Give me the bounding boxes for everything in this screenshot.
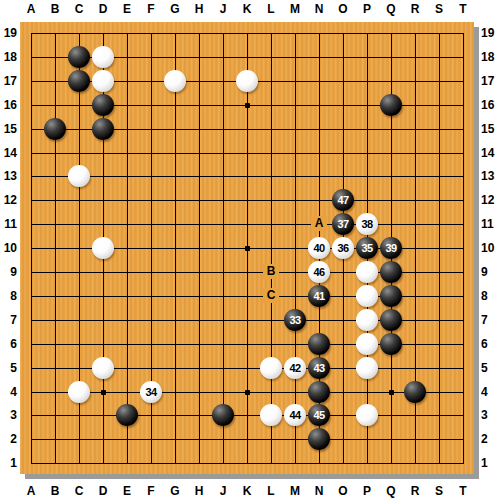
stone-white-D18	[92, 46, 114, 68]
stone-white-P6	[356, 333, 378, 355]
stone-black-Q6	[380, 333, 402, 355]
coord-label-bottom-D: D	[95, 483, 111, 499]
coord-label-left-1: 1	[0, 455, 17, 471]
stone-white-M5: 42	[284, 357, 306, 379]
grid-line-horizontal	[31, 463, 464, 464]
annotation-B-L9: B	[263, 264, 279, 279]
stone-black-Q7	[380, 309, 402, 331]
coord-label-right-7: 7	[481, 312, 499, 328]
coord-label-right-14: 14	[481, 145, 499, 161]
coord-label-left-6: 6	[0, 336, 17, 352]
coord-label-top-F: F	[143, 1, 159, 17]
coord-label-left-10: 10	[0, 240, 17, 256]
stone-white-M3: 44	[284, 404, 306, 426]
coord-label-bottom-A: A	[23, 483, 39, 499]
star-point-K10	[245, 246, 250, 251]
star-point-D4	[101, 390, 106, 395]
coord-label-bottom-C: C	[71, 483, 87, 499]
stone-white-P7	[356, 309, 378, 331]
stone-black-C17	[68, 70, 90, 92]
stone-white-K17	[236, 70, 258, 92]
goban[interactable]: 473735394133434538403646423444ABC	[20, 22, 474, 474]
coord-label-right-11: 11	[481, 216, 499, 232]
coord-label-right-12: 12	[481, 192, 499, 208]
stone-white-D5	[92, 357, 114, 379]
stone-black-N2	[308, 428, 330, 450]
stone-white-F4: 34	[140, 381, 162, 403]
stone-white-O10: 36	[332, 237, 354, 259]
stone-black-D15	[92, 118, 114, 140]
coord-label-top-H: H	[191, 1, 207, 17]
stone-black-N3: 45	[308, 404, 330, 426]
stone-white-P9	[356, 261, 378, 283]
coord-label-bottom-P: P	[359, 483, 375, 499]
coord-label-top-L: L	[263, 1, 279, 17]
stone-white-P5	[356, 357, 378, 379]
coord-label-top-E: E	[119, 1, 135, 17]
stone-black-D16	[92, 94, 114, 116]
coord-label-bottom-L: L	[263, 483, 279, 499]
coord-label-left-9: 9	[0, 264, 17, 280]
coord-label-top-J: J	[215, 1, 231, 17]
coord-label-right-13: 13	[481, 168, 499, 184]
coord-label-left-15: 15	[0, 121, 17, 137]
annotation-A-N11: A	[311, 216, 327, 231]
stone-black-N6	[308, 333, 330, 355]
stone-black-O11: 37	[332, 213, 354, 235]
coord-label-right-2: 2	[481, 431, 499, 447]
coord-label-left-18: 18	[0, 49, 17, 65]
coord-label-right-10: 10	[481, 240, 499, 256]
coord-label-left-11: 11	[0, 216, 17, 232]
stone-black-O12: 47	[332, 189, 354, 211]
coord-label-right-9: 9	[481, 264, 499, 280]
coord-label-top-G: G	[167, 1, 183, 17]
coord-label-left-3: 3	[0, 407, 17, 423]
coord-label-left-8: 8	[0, 288, 17, 304]
coord-label-top-O: O	[335, 1, 351, 17]
coord-label-bottom-N: N	[311, 483, 327, 499]
coord-label-top-B: B	[47, 1, 63, 17]
stone-white-P3	[356, 404, 378, 426]
stone-black-N5: 43	[308, 357, 330, 379]
stone-white-D17	[92, 70, 114, 92]
stone-white-D10	[92, 237, 114, 259]
stone-black-E3	[116, 404, 138, 426]
coord-label-left-4: 4	[0, 384, 17, 400]
stone-black-M7: 33	[284, 309, 306, 331]
coord-label-left-17: 17	[0, 73, 17, 89]
coord-label-bottom-O: O	[335, 483, 351, 499]
coord-label-right-6: 6	[481, 336, 499, 352]
stone-white-C4	[68, 381, 90, 403]
coord-label-top-N: N	[311, 1, 327, 17]
coord-label-right-17: 17	[481, 73, 499, 89]
coord-label-left-16: 16	[0, 97, 17, 113]
stone-black-B15	[44, 118, 66, 140]
coord-label-bottom-Q: Q	[383, 483, 399, 499]
coord-label-bottom-M: M	[287, 483, 303, 499]
coord-label-bottom-B: B	[47, 483, 63, 499]
coord-label-top-S: S	[431, 1, 447, 17]
coord-label-bottom-E: E	[119, 483, 135, 499]
coord-label-bottom-H: H	[191, 483, 207, 499]
coord-label-bottom-G: G	[167, 483, 183, 499]
coord-label-left-7: 7	[0, 312, 17, 328]
coord-label-bottom-F: F	[143, 483, 159, 499]
grid-line-vertical	[439, 33, 440, 464]
grid-line-vertical	[463, 33, 464, 464]
stone-black-Q10: 39	[380, 237, 402, 259]
stone-white-L3	[260, 404, 282, 426]
coord-label-right-1: 1	[481, 455, 499, 471]
stone-white-G17	[164, 70, 186, 92]
coord-label-right-18: 18	[481, 49, 499, 65]
coord-label-top-C: C	[71, 1, 87, 17]
coord-label-bottom-S: S	[431, 483, 447, 499]
stone-black-Q8	[380, 285, 402, 307]
coord-label-top-Q: Q	[383, 1, 399, 17]
stone-black-N8: 41	[308, 285, 330, 307]
coord-label-right-8: 8	[481, 288, 499, 304]
coord-label-right-15: 15	[481, 121, 499, 137]
coord-label-top-M: M	[287, 1, 303, 17]
stone-black-C18	[68, 46, 90, 68]
stone-black-Q9	[380, 261, 402, 283]
coord-label-top-T: T	[455, 1, 471, 17]
coord-label-top-P: P	[359, 1, 375, 17]
coord-label-right-19: 19	[481, 25, 499, 41]
coord-label-right-4: 4	[481, 384, 499, 400]
stone-white-N10: 40	[308, 237, 330, 259]
coord-label-top-D: D	[95, 1, 111, 17]
star-point-Q4	[389, 390, 394, 395]
grid-line-horizontal	[31, 415, 464, 416]
coord-label-top-R: R	[407, 1, 423, 17]
stone-white-P8	[356, 285, 378, 307]
coord-label-right-16: 16	[481, 97, 499, 113]
stone-white-C13	[68, 165, 90, 187]
coord-label-bottom-K: K	[239, 483, 255, 499]
grid-line-vertical	[295, 33, 296, 464]
coord-label-right-5: 5	[481, 360, 499, 376]
coord-label-bottom-R: R	[407, 483, 423, 499]
star-point-K16	[245, 103, 250, 108]
stone-white-P11: 38	[356, 213, 378, 235]
stone-black-J3	[212, 404, 234, 426]
coord-label-bottom-T: T	[455, 483, 471, 499]
stone-white-N9: 46	[308, 261, 330, 283]
grid-line-vertical	[271, 33, 272, 464]
coord-label-left-2: 2	[0, 431, 17, 447]
coord-label-left-12: 12	[0, 192, 17, 208]
coord-label-right-3: 3	[481, 407, 499, 423]
stone-black-P10: 35	[356, 237, 378, 259]
coord-label-bottom-J: J	[215, 483, 231, 499]
stone-black-R4	[404, 381, 426, 403]
star-point-K4	[245, 390, 250, 395]
coord-label-left-19: 19	[0, 25, 17, 41]
coord-label-left-13: 13	[0, 168, 17, 184]
coord-label-top-A: A	[23, 1, 39, 17]
coord-label-left-5: 5	[0, 360, 17, 376]
annotation-C-L8: C	[263, 288, 279, 303]
go-diagram: 473735394133434538403646423444ABC AABBCC…	[0, 0, 500, 500]
stone-black-N4	[308, 381, 330, 403]
grid-line-horizontal	[31, 439, 464, 440]
stone-white-L5	[260, 357, 282, 379]
coord-label-top-K: K	[239, 1, 255, 17]
stone-black-Q16	[380, 94, 402, 116]
coord-label-left-14: 14	[0, 145, 17, 161]
